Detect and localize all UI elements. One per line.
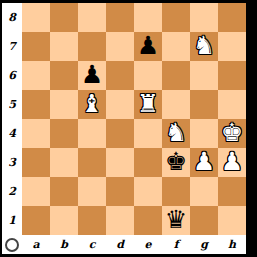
square-d4[interactable]: [106, 119, 134, 148]
square-h5[interactable]: [218, 90, 246, 119]
square-a3[interactable]: [22, 148, 50, 177]
square-g2[interactable]: [190, 177, 218, 206]
square-h8[interactable]: [218, 3, 246, 32]
square-f3[interactable]: ♚: [162, 148, 190, 177]
black-queen-piece: ♛: [165, 207, 187, 232]
square-d6[interactable]: [106, 61, 134, 90]
square-g8[interactable]: [190, 3, 218, 32]
file-label-d: d: [106, 235, 134, 254]
white-to-move-indicator: [5, 238, 19, 252]
square-d7[interactable]: [106, 32, 134, 61]
square-h1[interactable]: [218, 206, 246, 235]
white-king-piece: ♚: [221, 120, 243, 145]
square-a1[interactable]: [22, 206, 50, 235]
square-f7[interactable]: [162, 32, 190, 61]
side-to-move-cell: [2, 235, 22, 254]
square-d1[interactable]: [106, 206, 134, 235]
black-pawn-piece: ♟: [81, 62, 103, 87]
square-a8[interactable]: [22, 3, 50, 32]
square-e7[interactable]: ♟: [134, 32, 162, 61]
file-label-f: f: [162, 235, 190, 254]
square-f1[interactable]: ♛: [162, 206, 190, 235]
square-b7[interactable]: [50, 32, 78, 61]
rank-label-2: 2: [2, 177, 22, 206]
square-g5[interactable]: [190, 90, 218, 119]
rank-label-8: 8: [2, 3, 22, 32]
square-f2[interactable]: [162, 177, 190, 206]
square-h6[interactable]: [218, 61, 246, 90]
square-d2[interactable]: [106, 177, 134, 206]
square-c3[interactable]: [78, 148, 106, 177]
square-h4[interactable]: ♚: [218, 119, 246, 148]
square-c8[interactable]: [78, 3, 106, 32]
rank-label-1: 1: [2, 206, 22, 235]
white-bishop-piece: ♝: [81, 91, 103, 116]
square-e8[interactable]: [134, 3, 162, 32]
square-d5[interactable]: [106, 90, 134, 119]
square-a4[interactable]: [22, 119, 50, 148]
square-f4[interactable]: ♞: [162, 119, 190, 148]
board-frame: 87♟♞6♟5♝♜4♞♚3♚♟♟21♛abcdefgh: [2, 3, 246, 254]
square-g7[interactable]: ♞: [190, 32, 218, 61]
square-d3[interactable]: [106, 148, 134, 177]
square-e4[interactable]: [134, 119, 162, 148]
square-a2[interactable]: [22, 177, 50, 206]
file-label-b: b: [50, 235, 78, 254]
square-f8[interactable]: [162, 3, 190, 32]
file-label-h: h: [218, 235, 246, 254]
square-c7[interactable]: [78, 32, 106, 61]
white-knight-piece: ♞: [165, 120, 187, 145]
file-label-e: e: [134, 235, 162, 254]
square-f6[interactable]: [162, 61, 190, 90]
chess-board: 87♟♞6♟5♝♜4♞♚3♚♟♟21♛abcdefgh: [2, 3, 246, 254]
square-a6[interactable]: [22, 61, 50, 90]
square-h3[interactable]: ♟: [218, 148, 246, 177]
rank-label-4: 4: [2, 119, 22, 148]
square-a7[interactable]: [22, 32, 50, 61]
square-d8[interactable]: [106, 3, 134, 32]
square-b6[interactable]: [50, 61, 78, 90]
white-pawn-piece: ♟: [193, 149, 215, 174]
file-label-c: c: [78, 235, 106, 254]
square-b8[interactable]: [50, 3, 78, 32]
square-h2[interactable]: [218, 177, 246, 206]
black-pawn-piece: ♟: [137, 33, 159, 58]
square-e5[interactable]: ♜: [134, 90, 162, 119]
square-b2[interactable]: [50, 177, 78, 206]
square-b5[interactable]: [50, 90, 78, 119]
square-h7[interactable]: [218, 32, 246, 61]
square-g6[interactable]: [190, 61, 218, 90]
white-knight-piece: ♞: [193, 33, 215, 58]
file-label-g: g: [190, 235, 218, 254]
white-pawn-piece: ♟: [221, 149, 243, 174]
square-b3[interactable]: [50, 148, 78, 177]
square-c2[interactable]: [78, 177, 106, 206]
rank-label-6: 6: [2, 61, 22, 90]
square-c4[interactable]: [78, 119, 106, 148]
square-e6[interactable]: [134, 61, 162, 90]
square-c1[interactable]: [78, 206, 106, 235]
square-c6[interactable]: ♟: [78, 61, 106, 90]
square-e1[interactable]: [134, 206, 162, 235]
square-f5[interactable]: [162, 90, 190, 119]
square-g4[interactable]: [190, 119, 218, 148]
square-e2[interactable]: [134, 177, 162, 206]
square-c5[interactable]: ♝: [78, 90, 106, 119]
square-g1[interactable]: [190, 206, 218, 235]
rank-label-5: 5: [2, 90, 22, 119]
square-g3[interactable]: ♟: [190, 148, 218, 177]
square-b4[interactable]: [50, 119, 78, 148]
chess-diagram-page: { "game": "chess", "position": { "fen": …: [0, 0, 257, 257]
black-king-piece: ♚: [165, 149, 187, 174]
rank-label-7: 7: [2, 32, 22, 61]
file-label-a: a: [22, 235, 50, 254]
square-b1[interactable]: [50, 206, 78, 235]
square-e3[interactable]: [134, 148, 162, 177]
rank-label-3: 3: [2, 148, 22, 177]
square-a5[interactable]: [22, 90, 50, 119]
white-rook-piece: ♜: [137, 91, 159, 116]
